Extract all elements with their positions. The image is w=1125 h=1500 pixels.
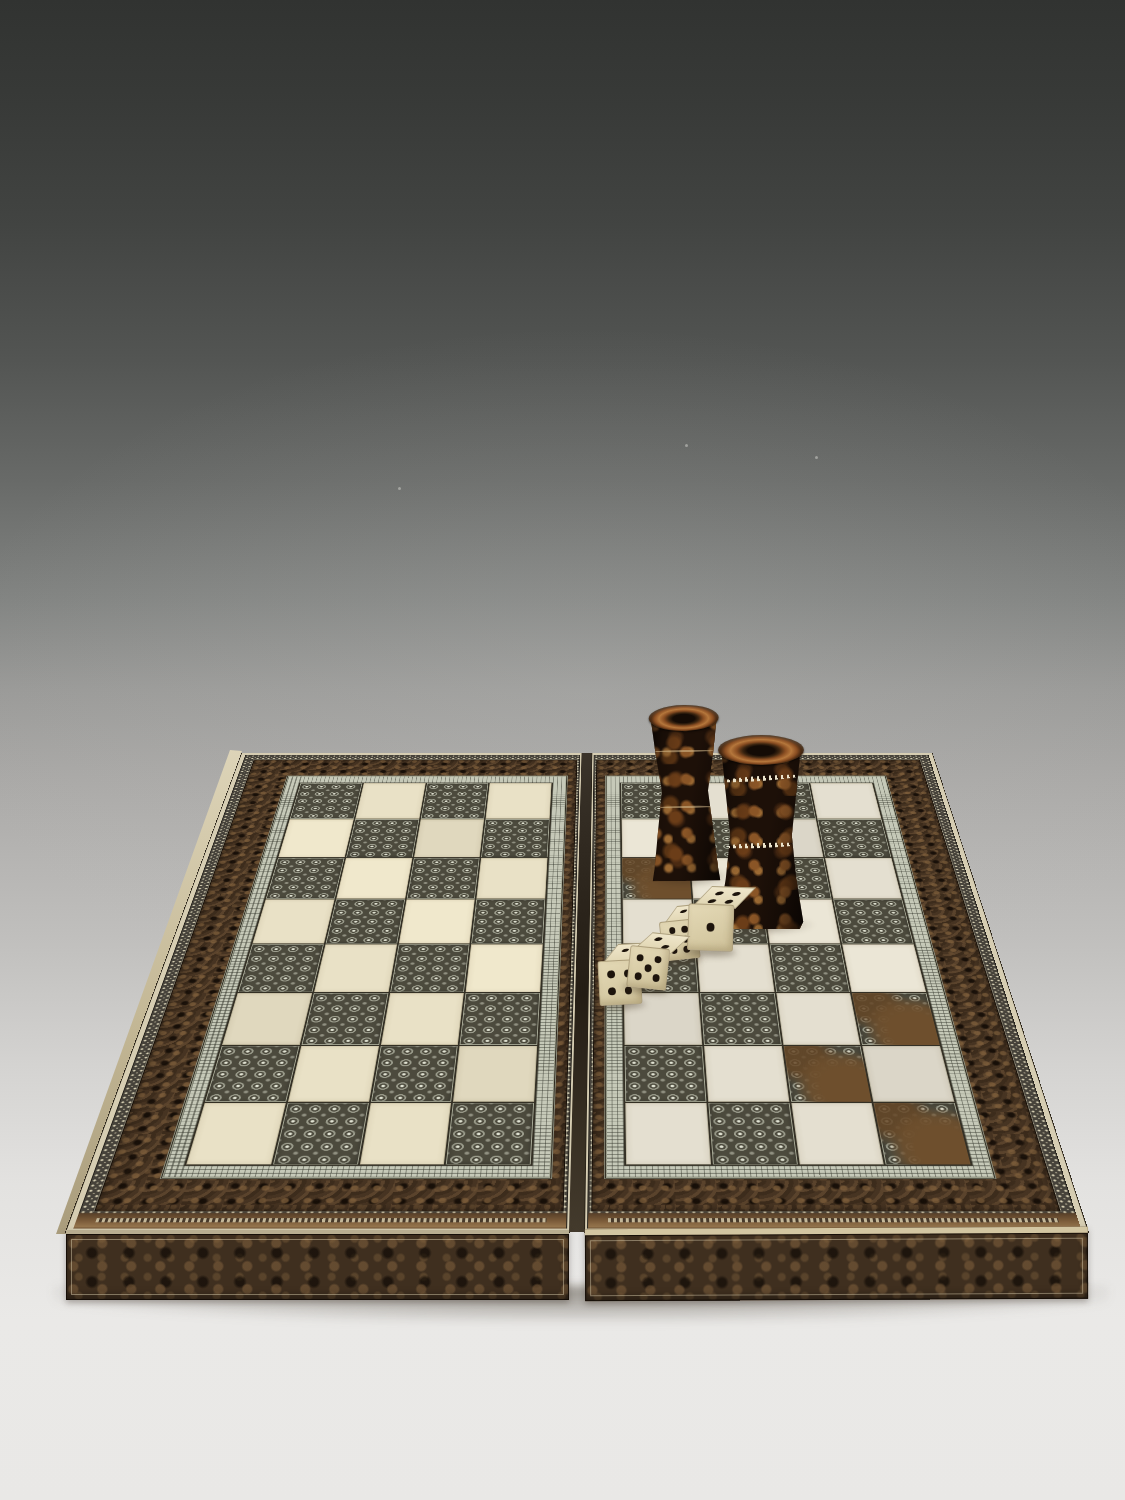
square-r4c5-ivory	[696, 944, 774, 992]
square-r0c0-mosaic	[290, 783, 362, 818]
square-r0c7-ivory	[810, 783, 881, 818]
square-r3c4-ivory	[623, 900, 695, 944]
board-perspective-wrap	[66, 210, 1088, 1232]
square-r6c3-ivory	[453, 1046, 537, 1102]
square-r4c3-ivory	[466, 944, 543, 992]
square-r1c1-mosaic	[346, 819, 419, 857]
square-r6c7-ivory	[862, 1046, 954, 1102]
dice-cup-right-body	[717, 749, 805, 929]
square-r7c3-mosaic	[446, 1103, 534, 1164]
square-r0c1-ivory	[355, 783, 425, 818]
square-r7c4-ivory	[625, 1103, 710, 1164]
dice-cup-right	[717, 735, 805, 929]
square-r6c1-ivory	[288, 1046, 379, 1102]
square-r2c7-ivory	[825, 858, 902, 899]
square-r4c1-ivory	[314, 944, 397, 992]
square-r3c1-mosaic	[325, 900, 404, 944]
square-r3c2-ivory	[398, 900, 474, 944]
square-r2c3-ivory	[477, 858, 548, 899]
square-r7c5-mosaic	[708, 1103, 797, 1164]
square-r4c2-mosaic	[390, 944, 470, 992]
square-r6c4-mosaic	[625, 1046, 707, 1102]
square-r0c2-mosaic	[420, 783, 488, 818]
square-r6c0-mosaic	[205, 1046, 299, 1102]
dice-cup-right-rim	[718, 735, 804, 765]
square-r1c3-mosaic	[481, 819, 549, 857]
square-r7c7-worn-mosaic	[874, 1103, 971, 1164]
square-r0c3-ivory	[486, 783, 552, 818]
square-r6c2-mosaic	[370, 1046, 457, 1102]
square-r5c0-ivory	[222, 993, 312, 1045]
dice-cup-left-body	[648, 716, 723, 881]
square-r5c6-ivory	[776, 993, 860, 1045]
square-r7c6-ivory	[791, 1103, 884, 1164]
carved-apron-right	[585, 1227, 1088, 1302]
square-r7c2-ivory	[359, 1103, 451, 1164]
front-wood-strip-left	[73, 1212, 566, 1228]
square-r6c5-ivory	[704, 1046, 789, 1102]
dice-cup-left	[647, 704, 722, 881]
square-r5c5-mosaic	[700, 993, 781, 1045]
square-r2c1-ivory	[336, 858, 412, 899]
front-wood-strip-right	[588, 1212, 1081, 1228]
square-r5c2-ivory	[381, 993, 464, 1045]
games-board	[66, 753, 1088, 1232]
square-r2c2-mosaic	[406, 858, 479, 899]
square-r6c6-worn-mosaic	[783, 1046, 872, 1102]
square-r4c6-mosaic	[769, 944, 850, 992]
square-r1c0-ivory	[278, 819, 353, 857]
square-r5c7-worn-mosaic	[852, 993, 940, 1045]
square-r3c7-mosaic	[833, 900, 913, 944]
square-r5c1-mosaic	[301, 993, 388, 1045]
square-r7c0-ivory	[186, 1103, 285, 1164]
square-r1c7-mosaic	[818, 819, 892, 857]
square-r3c3-mosaic	[471, 900, 545, 944]
square-r1c2-ivory	[414, 819, 485, 857]
dice-cup-left-shading	[648, 716, 723, 881]
square-r3c0-ivory	[252, 900, 334, 944]
square-r7c1-mosaic	[273, 1103, 369, 1164]
square-r4c4-mosaic	[623, 944, 698, 992]
photo-stage	[0, 0, 1125, 1500]
square-r4c0-mosaic	[238, 944, 324, 992]
square-r2c0-mosaic	[266, 858, 344, 899]
square-r5c3-mosaic	[460, 993, 540, 1045]
square-r4c7-ivory	[842, 944, 926, 992]
carved-apron-left	[66, 1230, 569, 1300]
board-half-left	[66, 753, 582, 1232]
square-r5c4-ivory	[624, 993, 702, 1045]
